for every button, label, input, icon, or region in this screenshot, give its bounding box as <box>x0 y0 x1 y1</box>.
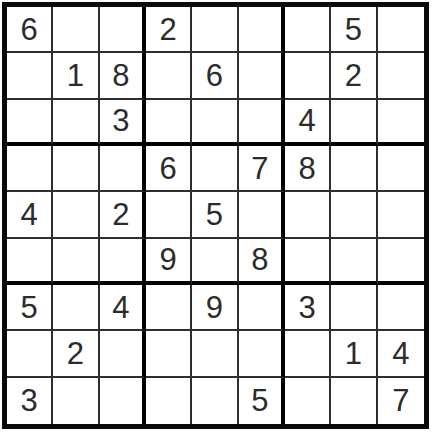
cell-r3c8[interactable] <box>331 100 377 146</box>
cell-r5c7[interactable] <box>285 192 331 238</box>
cell-r6c4[interactable]: 9 <box>146 239 192 285</box>
cell-r8c8[interactable]: 1 <box>331 331 377 377</box>
cell-r9c5[interactable] <box>192 378 238 424</box>
cell-r2c6[interactable] <box>239 53 285 99</box>
cell-r7c6[interactable] <box>239 285 285 331</box>
cell-r6c1[interactable] <box>7 239 53 285</box>
cell-r9c2[interactable] <box>53 378 99 424</box>
cell-r1c2[interactable] <box>53 7 99 53</box>
cell-r9c9[interactable]: 7 <box>378 378 424 424</box>
cell-r6c5[interactable] <box>192 239 238 285</box>
cell-r2c9[interactable] <box>378 53 424 99</box>
cell-r7c5[interactable]: 9 <box>192 285 238 331</box>
cell-r1c3[interactable] <box>100 7 146 53</box>
cell-r5c9[interactable] <box>378 192 424 238</box>
cell-r6c2[interactable] <box>53 239 99 285</box>
cell-r3c2[interactable] <box>53 100 99 146</box>
cell-r1c9[interactable] <box>378 7 424 53</box>
cell-r7c4[interactable] <box>146 285 192 331</box>
cell-r4c8[interactable] <box>331 146 377 192</box>
cell-r5c6[interactable] <box>239 192 285 238</box>
cell-r5c1[interactable]: 4 <box>7 192 53 238</box>
cell-r4c4[interactable]: 6 <box>146 146 192 192</box>
cell-r3c5[interactable] <box>192 100 238 146</box>
cell-r7c2[interactable] <box>53 285 99 331</box>
cell-r6c7[interactable] <box>285 239 331 285</box>
cell-r8c1[interactable] <box>7 331 53 377</box>
cell-r2c8[interactable]: 2 <box>331 53 377 99</box>
cell-r7c8[interactable] <box>331 285 377 331</box>
cell-r6c8[interactable] <box>331 239 377 285</box>
cell-r7c1[interactable]: 5 <box>7 285 53 331</box>
cell-r9c8[interactable] <box>331 378 377 424</box>
cell-r9c7[interactable] <box>285 378 331 424</box>
cell-r8c4[interactable] <box>146 331 192 377</box>
cell-r6c9[interactable] <box>378 239 424 285</box>
cell-r6c3[interactable] <box>100 239 146 285</box>
cell-r3c9[interactable] <box>378 100 424 146</box>
cell-r4c6[interactable]: 7 <box>239 146 285 192</box>
cell-r1c8[interactable]: 5 <box>331 7 377 53</box>
cell-r5c8[interactable] <box>331 192 377 238</box>
cell-r5c3[interactable]: 2 <box>100 192 146 238</box>
cell-r4c1[interactable] <box>7 146 53 192</box>
cell-r3c4[interactable] <box>146 100 192 146</box>
cell-r7c3[interactable]: 4 <box>100 285 146 331</box>
cell-r2c2[interactable]: 1 <box>53 53 99 99</box>
cell-r2c7[interactable] <box>285 53 331 99</box>
cell-r2c4[interactable] <box>146 53 192 99</box>
cell-r1c5[interactable] <box>192 7 238 53</box>
cell-r4c7[interactable]: 8 <box>285 146 331 192</box>
cell-r3c6[interactable] <box>239 100 285 146</box>
cell-r8c2[interactable]: 2 <box>53 331 99 377</box>
cell-r9c1[interactable]: 3 <box>7 378 53 424</box>
cell-r1c7[interactable] <box>285 7 331 53</box>
cell-r9c6[interactable]: 5 <box>239 378 285 424</box>
cell-r1c1[interactable]: 6 <box>7 7 53 53</box>
cell-r2c1[interactable] <box>7 53 53 99</box>
cell-r2c5[interactable]: 6 <box>192 53 238 99</box>
cell-r9c3[interactable] <box>100 378 146 424</box>
cell-r3c7[interactable]: 4 <box>285 100 331 146</box>
cell-r8c9[interactable]: 4 <box>378 331 424 377</box>
cell-r5c5[interactable]: 5 <box>192 192 238 238</box>
cell-r4c5[interactable] <box>192 146 238 192</box>
cell-r5c2[interactable] <box>53 192 99 238</box>
cell-r7c9[interactable] <box>378 285 424 331</box>
cell-r8c7[interactable] <box>285 331 331 377</box>
sudoku-puzzle: 625186234678425985493214357 <box>2 2 429 429</box>
cell-r4c9[interactable] <box>378 146 424 192</box>
cell-r9c4[interactable] <box>146 378 192 424</box>
cell-r2c3[interactable]: 8 <box>100 53 146 99</box>
cell-r8c6[interactable] <box>239 331 285 377</box>
cell-r4c3[interactable] <box>100 146 146 192</box>
sudoku-board: 625186234678425985493214357 <box>2 2 429 429</box>
cell-r5c4[interactable] <box>146 192 192 238</box>
cell-r4c2[interactable] <box>53 146 99 192</box>
cell-r8c3[interactable] <box>100 331 146 377</box>
cell-r3c1[interactable] <box>7 100 53 146</box>
cell-r7c7[interactable]: 3 <box>285 285 331 331</box>
cell-r1c6[interactable] <box>239 7 285 53</box>
cell-r3c3[interactable]: 3 <box>100 100 146 146</box>
cell-r1c4[interactable]: 2 <box>146 7 192 53</box>
cell-r8c5[interactable] <box>192 331 238 377</box>
cell-r6c6[interactable]: 8 <box>239 239 285 285</box>
